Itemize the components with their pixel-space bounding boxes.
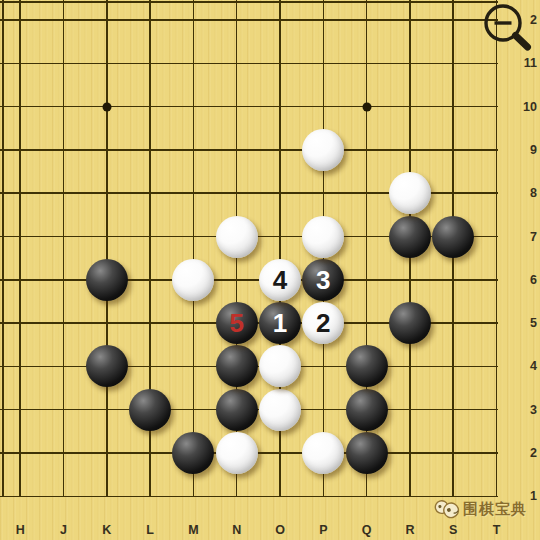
magnifier-minus-icon [486, 6, 528, 47]
zoom-out-button[interactable] [474, 0, 534, 54]
grid-line-row-7 [0, 236, 498, 238]
star-point-K10 [102, 102, 111, 111]
grid-line-row-8 [0, 192, 498, 194]
grid-line-col-P [323, 0, 325, 497]
watermark-logo-icon [434, 497, 460, 522]
grid-line-col-T [496, 0, 498, 497]
app-screen: 51342 21110987654321HJKLMNOPQRST 围棋宝典 [0, 0, 540, 540]
grid-line-col-Q [366, 0, 368, 497]
grid-line-col-S [452, 0, 454, 497]
grid-line-col-K [106, 0, 108, 497]
star-point-Q10 [362, 102, 371, 111]
grid-line-col-O [279, 0, 281, 497]
grid-line-row-5 [0, 322, 498, 324]
watermark: 围棋宝典 [434, 497, 527, 522]
grid-line-row-11 [0, 63, 498, 65]
grid-line-col-N [236, 0, 238, 497]
grid-line-row-2 [0, 452, 498, 454]
grid-line-row-9 [0, 149, 498, 151]
grid-line-col-R [409, 0, 411, 497]
board-view-top-border [0, 1, 498, 3]
grid-line-row-12 [0, 19, 498, 21]
grid-line-row-10 [0, 106, 498, 108]
grid-line-row-6 [0, 279, 498, 281]
go-board[interactable] [0, 0, 540, 540]
grid-line-col-H [19, 0, 21, 497]
grid-line-col-J [63, 0, 65, 497]
watermark-text: 围棋宝典 [463, 500, 527, 519]
grid-line-col-M [193, 0, 195, 497]
board-view-left-border [2, 0, 4, 497]
grid-line-row-1 [0, 496, 498, 498]
grid-line-row-3 [0, 409, 498, 411]
grid-line-row-4 [0, 366, 498, 368]
grid-line-col-L [149, 0, 151, 497]
